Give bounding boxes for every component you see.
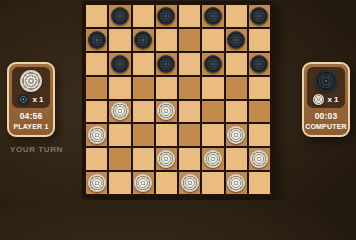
square-c3[interactable] <box>133 124 154 146</box>
square-b2[interactable] <box>109 148 130 170</box>
white-piece[interactable] <box>157 150 175 168</box>
black-piece[interactable] <box>157 7 175 25</box>
square-f8[interactable] <box>202 5 223 27</box>
square-e8[interactable] <box>179 5 200 27</box>
black-piece[interactable] <box>88 31 106 49</box>
square-h6[interactable] <box>249 53 270 75</box>
captured-black-piece-icon <box>18 94 29 105</box>
white-piece[interactable] <box>250 150 268 168</box>
square-d8[interactable] <box>156 5 177 27</box>
checkers-board <box>82 1 274 198</box>
square-d3[interactable] <box>156 124 177 146</box>
black-piece[interactable] <box>227 31 245 49</box>
square-c7[interactable] <box>133 29 154 51</box>
square-a2[interactable] <box>86 148 107 170</box>
black-piece[interactable] <box>250 55 268 73</box>
square-e5[interactable] <box>179 77 200 99</box>
square-g7[interactable] <box>226 29 247 51</box>
square-g1[interactable] <box>226 172 247 194</box>
square-c8[interactable] <box>133 5 154 27</box>
square-f1[interactable] <box>202 172 223 194</box>
player1-timer: 04:56 <box>9 111 53 121</box>
computer-piece-panel: x 1 <box>307 67 345 108</box>
player1-captured: x 1 <box>18 94 43 105</box>
square-d4[interactable] <box>156 101 177 123</box>
square-a7[interactable] <box>86 29 107 51</box>
black-piece[interactable] <box>204 7 222 25</box>
square-d7[interactable] <box>156 29 177 51</box>
white-piece[interactable] <box>227 174 245 192</box>
square-g8[interactable] <box>226 5 247 27</box>
black-piece[interactable] <box>204 55 222 73</box>
square-c4[interactable] <box>133 101 154 123</box>
square-g3[interactable] <box>226 124 247 146</box>
black-piece[interactable] <box>111 7 129 25</box>
square-a6[interactable] <box>86 53 107 75</box>
square-a8[interactable] <box>86 5 107 27</box>
square-b5[interactable] <box>109 77 130 99</box>
square-g4[interactable] <box>226 101 247 123</box>
white-piece[interactable] <box>88 174 106 192</box>
computer-captured-count: x 1 <box>327 96 338 104</box>
square-c1[interactable] <box>133 172 154 194</box>
player1-card: x 1 04:56 PLAYER 1 <box>7 62 55 137</box>
square-e1[interactable] <box>179 172 200 194</box>
square-f2[interactable] <box>202 148 223 170</box>
square-d6[interactable] <box>156 53 177 75</box>
square-b7[interactable] <box>109 29 130 51</box>
square-e4[interactable] <box>179 101 200 123</box>
square-f3[interactable] <box>202 124 223 146</box>
white-piece[interactable] <box>134 174 152 192</box>
player1-captured-count: x 1 <box>32 96 43 104</box>
square-c6[interactable] <box>133 53 154 75</box>
square-f4[interactable] <box>202 101 223 123</box>
square-a4[interactable] <box>86 101 107 123</box>
square-d2[interactable] <box>156 148 177 170</box>
computer-name: COMPUTER <box>304 123 348 130</box>
white-piece[interactable] <box>111 102 129 120</box>
square-b4[interactable] <box>109 101 130 123</box>
board-grid <box>86 5 270 194</box>
white-piece[interactable] <box>157 102 175 120</box>
black-piece[interactable] <box>111 55 129 73</box>
black-piece[interactable] <box>134 31 152 49</box>
square-e6[interactable] <box>179 53 200 75</box>
player1-name: PLAYER 1 <box>9 123 53 130</box>
square-d1[interactable] <box>156 172 177 194</box>
square-e2[interactable] <box>179 148 200 170</box>
square-a3[interactable] <box>86 124 107 146</box>
white-piece[interactable] <box>181 174 199 192</box>
square-b8[interactable] <box>109 5 130 27</box>
square-g5[interactable] <box>226 77 247 99</box>
turn-indicator: YOUR TURN <box>10 145 63 154</box>
square-f6[interactable] <box>202 53 223 75</box>
square-h2[interactable] <box>249 148 270 170</box>
square-e7[interactable] <box>179 29 200 51</box>
square-h8[interactable] <box>249 5 270 27</box>
white-piece[interactable] <box>204 150 222 168</box>
square-f7[interactable] <box>202 29 223 51</box>
square-c5[interactable] <box>133 77 154 99</box>
black-piece-icon <box>315 70 337 92</box>
computer-captured: x 1 <box>313 94 338 105</box>
square-h4[interactable] <box>249 101 270 123</box>
white-piece[interactable] <box>227 126 245 144</box>
square-g6[interactable] <box>226 53 247 75</box>
square-b1[interactable] <box>109 172 130 194</box>
computer-card: x 1 00:03 COMPUTER <box>302 62 350 137</box>
computer-timer: 00:03 <box>304 111 348 121</box>
square-a1[interactable] <box>86 172 107 194</box>
square-d5[interactable] <box>156 77 177 99</box>
square-e3[interactable] <box>179 124 200 146</box>
square-a5[interactable] <box>86 77 107 99</box>
white-piece-icon <box>20 70 42 92</box>
black-piece[interactable] <box>250 7 268 25</box>
square-c2[interactable] <box>133 148 154 170</box>
square-h3[interactable] <box>249 124 270 146</box>
square-h7[interactable] <box>249 29 270 51</box>
square-h1[interactable] <box>249 172 270 194</box>
white-piece[interactable] <box>88 126 106 144</box>
square-b3[interactable] <box>109 124 130 146</box>
square-g2[interactable] <box>226 148 247 170</box>
square-h5[interactable] <box>249 77 270 99</box>
captured-white-piece-icon <box>313 94 324 105</box>
square-f5[interactable] <box>202 77 223 99</box>
player1-piece-panel: x 1 <box>12 67 50 108</box>
square-b6[interactable] <box>109 53 130 75</box>
black-piece[interactable] <box>157 55 175 73</box>
